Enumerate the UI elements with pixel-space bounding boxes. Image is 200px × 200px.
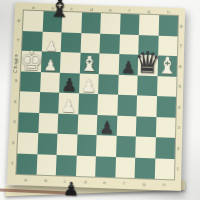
- rank-label-left-1: 1: [11, 161, 14, 165]
- rank-label-left-7: 7: [16, 38, 19, 42]
- rank-label-right-5: 5: [179, 85, 182, 89]
- file-label-top-a: a: [32, 5, 35, 9]
- rank-label-right-2: 2: [177, 146, 180, 150]
- rank-label-right-4: 4: [178, 105, 181, 109]
- file-label-bottom-d: d: [84, 180, 87, 184]
- file-label-bottom-f: f: [123, 181, 125, 185]
- pieces-layer: ♟♚♟♝♟♛♝♟♟♟♟♝♟: [16, 11, 178, 180]
- file-label-top-h: h: [167, 10, 170, 14]
- piece-white-pawn-c4[interactable]: ♟: [60, 97, 76, 115]
- piece-black-pawn-e3[interactable]: ♟: [99, 119, 115, 137]
- coordinate-labels: aabbccddeeffgghh8877665544332211: [15, 2, 185, 8]
- chess-board: Chess ◈ ◈ ♟♚♟♝♟♛♝♟♟♟♟♝♟ aabbccddeeffgghh…: [7, 2, 185, 190]
- file-label-bottom-g: g: [143, 182, 146, 186]
- file-label-bottom-h: h: [163, 183, 166, 187]
- rank-label-right-3: 3: [178, 126, 181, 130]
- file-label-top-b: b: [52, 6, 55, 10]
- rank-label-left-8: 8: [17, 18, 20, 22]
- file-label-bottom-e: e: [104, 181, 107, 185]
- rank-label-left-3: 3: [12, 120, 15, 124]
- piece-white-bishop-d6[interactable]: ♝: [80, 53, 99, 74]
- rank-label-left-4: 4: [13, 99, 16, 103]
- file-label-bottom-a: a: [25, 178, 28, 182]
- file-label-top-e: e: [109, 8, 112, 12]
- rank-label-right-7: 7: [180, 44, 183, 48]
- file-label-bottom-b: b: [44, 178, 47, 182]
- file-label-bottom-c: c: [64, 179, 66, 183]
- file-label-top-f: f: [129, 8, 131, 12]
- rank-label-right-8: 8: [180, 24, 183, 28]
- piece-black-bishop-offboard[interactable]: ♝: [47, 0, 71, 21]
- piece-black-pawn-c5[interactable]: ♟: [61, 76, 78, 94]
- piece-white-king-a6[interactable]: ♚: [19, 46, 44, 73]
- file-label-top-d: d: [90, 7, 93, 11]
- rank-label-left-2: 2: [12, 140, 15, 144]
- photo-frame: Chess ◈ ◈ ♟♚♟♝♟♛♝♟♟♟♟♝♟ aabbccddeeffgghh…: [0, 0, 200, 200]
- piece-white-bishop-h6[interactable]: ♝: [156, 54, 177, 77]
- file-label-top-g: g: [148, 9, 151, 13]
- piece-white-pawn-b7[interactable]: ♟: [45, 39, 58, 53]
- rank-label-left-5: 5: [14, 79, 17, 83]
- piece-white-pawn-d5[interactable]: ♟: [81, 78, 97, 95]
- rank-label-right-6: 6: [179, 64, 182, 68]
- rank-label-left-6: 6: [15, 59, 18, 63]
- rank-label-right-1: 1: [177, 167, 180, 171]
- file-label-top-c: c: [71, 6, 73, 10]
- piece-white-pawn-b6[interactable]: ♟: [43, 58, 57, 73]
